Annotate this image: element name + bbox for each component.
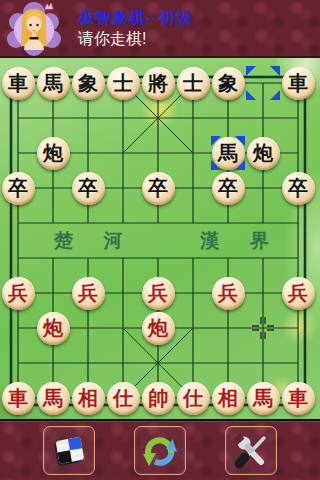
black-elephant-piece[interactable]: 象 bbox=[212, 67, 245, 100]
red-cannon-piece[interactable]: 炮 bbox=[142, 312, 175, 345]
black-soldier-piece[interactable]: 卒 bbox=[282, 172, 315, 205]
river-text-left: 楚 河 bbox=[54, 228, 136, 254]
red-cannon-piece[interactable]: 炮 bbox=[37, 312, 70, 345]
black-advisor-piece[interactable]: 士 bbox=[107, 67, 140, 100]
red-soldier-piece[interactable]: 兵 bbox=[2, 277, 35, 310]
river-text-right: 漢 界 bbox=[200, 228, 282, 254]
black-elephant-piece[interactable]: 象 bbox=[72, 67, 105, 100]
black-chariot-piece[interactable]: 車 bbox=[282, 67, 315, 100]
turn-status-message: 请你走棋! bbox=[78, 28, 193, 49]
black-soldier-piece[interactable]: 卒 bbox=[72, 172, 105, 205]
red-chariot-piece[interactable]: 車 bbox=[282, 382, 315, 415]
red-horse-piece[interactable]: 馬 bbox=[247, 382, 280, 415]
red-chariot-piece[interactable]: 車 bbox=[2, 382, 35, 415]
red-advisor-piece[interactable]: 仕 bbox=[107, 382, 140, 415]
black-horse-piece[interactable]: 馬 bbox=[212, 137, 245, 170]
red-soldier-piece[interactable]: 兵 bbox=[142, 277, 175, 310]
black-cannon-piece[interactable]: 炮 bbox=[247, 137, 280, 170]
red-soldier-piece[interactable]: 兵 bbox=[72, 277, 105, 310]
checkerboard-icon bbox=[49, 431, 89, 471]
settings-button[interactable] bbox=[225, 426, 277, 475]
red-soldier-piece[interactable]: 兵 bbox=[282, 277, 315, 310]
restart-button[interactable] bbox=[134, 426, 186, 475]
black-soldier-piece[interactable]: 卒 bbox=[142, 172, 175, 205]
red-general-piece[interactable]: 帥 bbox=[142, 382, 175, 415]
player-avatar bbox=[6, 1, 62, 57]
black-soldier-piece[interactable]: 卒 bbox=[212, 172, 245, 205]
black-soldier-piece[interactable]: 卒 bbox=[2, 172, 35, 205]
black-horse-piece[interactable]: 馬 bbox=[37, 67, 70, 100]
black-chariot-piece[interactable]: 車 bbox=[2, 67, 35, 100]
red-advisor-piece[interactable]: 仕 bbox=[177, 382, 210, 415]
refresh-icon bbox=[140, 431, 180, 471]
black-general-piece[interactable]: 將 bbox=[142, 67, 175, 100]
bottom-toolbar bbox=[0, 419, 320, 480]
xiangqi-board[interactable]: 楚 河 漢 界 車馬象士將士象車炮馬炮卒卒卒卒卒兵兵兵兵兵炮炮車馬相仕帥仕相馬車 bbox=[0, 58, 320, 419]
red-elephant-piece[interactable]: 相 bbox=[72, 382, 105, 415]
top-bar: 极智象棋--初级 请你走棋! bbox=[0, 0, 320, 58]
black-advisor-piece[interactable]: 士 bbox=[177, 67, 210, 100]
black-cannon-piece[interactable]: 炮 bbox=[37, 137, 70, 170]
red-soldier-piece[interactable]: 兵 bbox=[212, 277, 245, 310]
red-elephant-piece[interactable]: 相 bbox=[212, 382, 245, 415]
red-horse-piece[interactable]: 馬 bbox=[37, 382, 70, 415]
app-title: 极智象棋--初级 bbox=[78, 7, 193, 28]
app-window: 极智象棋--初级 请你走棋! 楚 河 漢 界 車馬象士將士象車炮馬炮卒卒卒卒卒兵… bbox=[0, 0, 320, 480]
tools-icon bbox=[231, 431, 271, 471]
new-game-button[interactable] bbox=[43, 426, 95, 475]
